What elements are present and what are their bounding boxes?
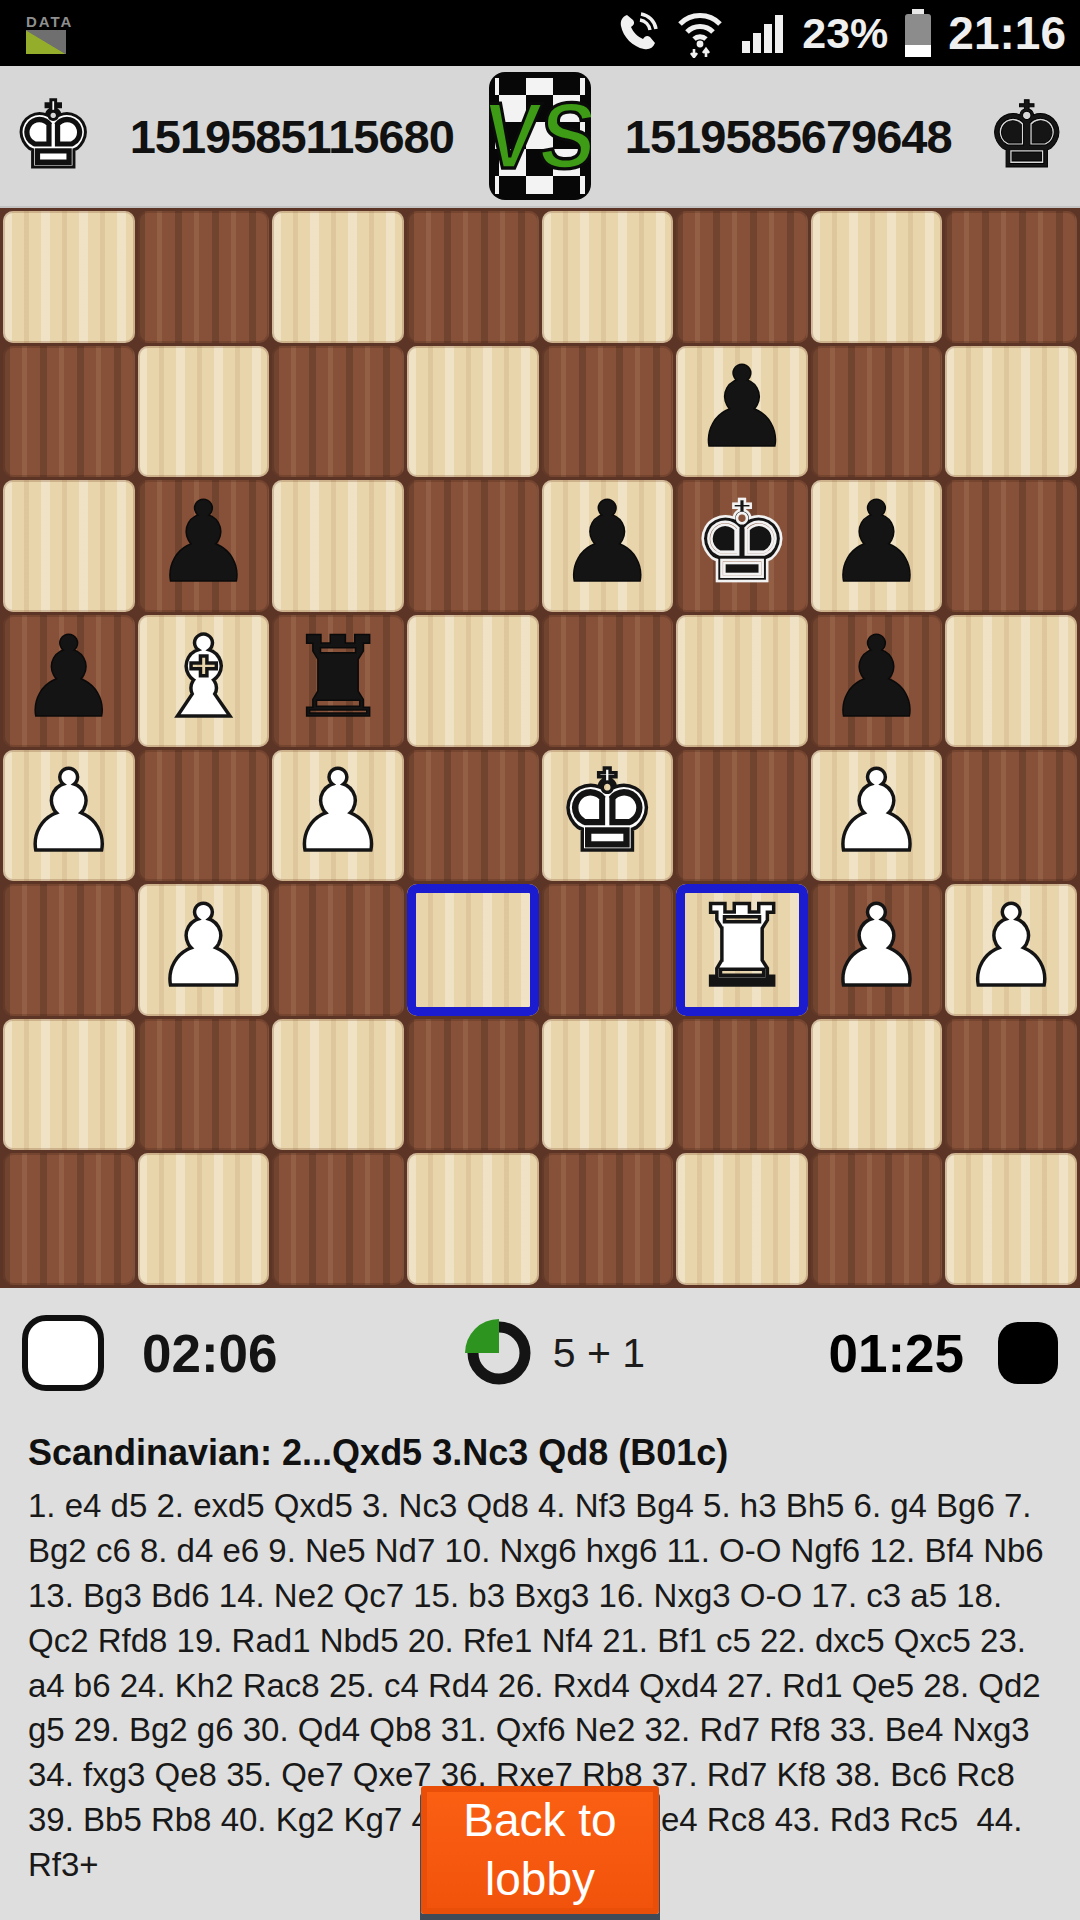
square-g4[interactable]: ♟ [811, 750, 943, 882]
square-f7[interactable]: ♟ [676, 346, 808, 478]
square-h8[interactable] [945, 211, 1077, 343]
black-pawn[interactable]: ♟ [826, 621, 926, 733]
time-control-icon [461, 1315, 537, 1391]
square-h4[interactable] [945, 750, 1077, 882]
phone-icon [614, 10, 660, 56]
square-d2[interactable] [407, 1019, 539, 1151]
square-h6[interactable] [945, 480, 1077, 612]
clock-time: 21:16 [948, 6, 1066, 60]
chess-board[interactable]: ♟♟♟♚♟♟♝♜♟♟♟♚♟♟♜♟♟ [0, 208, 1080, 1288]
square-f1[interactable] [676, 1153, 808, 1285]
square-h2[interactable] [945, 1019, 1077, 1151]
back-to-lobby-button[interactable]: Back to lobby [421, 1786, 659, 1914]
square-h3[interactable]: ♟ [945, 884, 1077, 1016]
black-pawn[interactable]: ♟ [826, 486, 926, 598]
square-b4[interactable] [138, 750, 270, 882]
square-e8[interactable] [542, 211, 674, 343]
white-pawn[interactable]: ♟ [961, 890, 1061, 1002]
black-player-indicator [998, 1322, 1058, 1384]
square-a1[interactable] [3, 1153, 135, 1285]
square-e3[interactable] [542, 884, 674, 1016]
square-a6[interactable] [3, 480, 135, 612]
white-king[interactable]: ♚ [557, 755, 657, 867]
square-h1[interactable] [945, 1153, 1077, 1285]
black-rook[interactable]: ♜ [288, 621, 388, 733]
square-a3[interactable] [3, 884, 135, 1016]
battery-icon [902, 7, 934, 59]
square-g7[interactable] [811, 346, 943, 478]
square-b3[interactable]: ♟ [138, 884, 270, 1016]
black-pawn[interactable]: ♟ [692, 351, 792, 463]
square-a8[interactable] [3, 211, 135, 343]
status-bar-right: 23% 21:16 [614, 6, 1066, 60]
signal-icon [740, 11, 788, 55]
square-c1[interactable] [272, 1153, 404, 1285]
square-f8[interactable] [676, 211, 808, 343]
square-d5[interactable] [407, 615, 539, 747]
square-c7[interactable] [272, 346, 404, 478]
square-c5[interactable]: ♜ [272, 615, 404, 747]
white-pawn[interactable]: ♟ [826, 890, 926, 1002]
white-pawn[interactable]: ♟ [153, 890, 253, 1002]
square-e5[interactable] [542, 615, 674, 747]
vs-logo: VS [489, 72, 591, 200]
square-b6[interactable]: ♟ [138, 480, 270, 612]
square-f5[interactable] [676, 615, 808, 747]
square-g2[interactable] [811, 1019, 943, 1151]
square-g3[interactable]: ♟ [811, 884, 943, 1016]
black-pawn[interactable]: ♟ [153, 486, 253, 598]
square-b5[interactable]: ♝ [138, 615, 270, 747]
square-b2[interactable] [138, 1019, 270, 1151]
white-pawn[interactable]: ♟ [19, 755, 119, 867]
square-a4[interactable]: ♟ [3, 750, 135, 882]
square-f4[interactable] [676, 750, 808, 882]
black-pawn[interactable]: ♟ [557, 486, 657, 598]
square-c8[interactable] [272, 211, 404, 343]
white-king-icon: ♚ [12, 88, 94, 184]
time-control-group: 5 + 1 [461, 1315, 645, 1391]
square-d1[interactable] [407, 1153, 539, 1285]
white-player-indicator [22, 1315, 104, 1391]
data-usage-indicator: DATA [26, 13, 73, 54]
white-rook[interactable]: ♜ [692, 890, 792, 1002]
data-usage-icon [26, 30, 66, 54]
black-pawn[interactable]: ♟ [19, 621, 119, 733]
square-e7[interactable] [542, 346, 674, 478]
white-pawn[interactable]: ♟ [288, 755, 388, 867]
square-a5[interactable]: ♟ [3, 615, 135, 747]
black-player-id: 1519585679648 [591, 109, 986, 164]
data-label: DATA [26, 13, 73, 30]
square-g5[interactable]: ♟ [811, 615, 943, 747]
black-king-icon: ♚ [986, 88, 1068, 184]
wifi-icon [674, 8, 726, 58]
square-c4[interactable]: ♟ [272, 750, 404, 882]
white-pawn[interactable]: ♟ [826, 755, 926, 867]
white-player-id: 1519585115680 [94, 109, 489, 164]
app-screen: DATA 23% [0, 0, 1080, 1920]
square-a7[interactable] [3, 346, 135, 478]
white-bishop[interactable]: ♝ [153, 621, 253, 733]
square-b8[interactable] [138, 211, 270, 343]
square-a2[interactable] [3, 1019, 135, 1151]
square-d7[interactable] [407, 346, 539, 478]
square-h5[interactable] [945, 615, 1077, 747]
white-clock: 02:06 [142, 1323, 278, 1384]
battery-percent: 23% [802, 9, 888, 58]
square-d8[interactable] [407, 211, 539, 343]
square-g6[interactable]: ♟ [811, 480, 943, 612]
square-b1[interactable] [138, 1153, 270, 1285]
vs-label: VS [489, 72, 591, 200]
square-h7[interactable] [945, 346, 1077, 478]
square-c3[interactable] [272, 884, 404, 1016]
time-control-label: 5 + 1 [553, 1330, 645, 1377]
square-e1[interactable] [542, 1153, 674, 1285]
square-c6[interactable] [272, 480, 404, 612]
square-g1[interactable] [811, 1153, 943, 1285]
square-e2[interactable] [542, 1019, 674, 1151]
square-e6[interactable]: ♟ [542, 480, 674, 612]
square-d3[interactable] [407, 884, 539, 1016]
square-e4[interactable]: ♚ [542, 750, 674, 882]
black-king[interactable]: ♚ [692, 486, 792, 598]
game-header: ♚ 1519585115680 VS 1519585679648 ♚ [0, 66, 1080, 208]
square-f2[interactable] [676, 1019, 808, 1151]
square-b7[interactable] [138, 346, 270, 478]
square-d6[interactable] [407, 480, 539, 612]
opening-name: Scandinavian: 2...Qxd5 3.Nc3 Qd8 (B01c) [28, 1432, 1052, 1474]
square-f6[interactable]: ♚ [676, 480, 808, 612]
square-g8[interactable] [811, 211, 943, 343]
square-c2[interactable] [272, 1019, 404, 1151]
black-clock: 01:25 [828, 1323, 964, 1384]
square-d4[interactable] [407, 750, 539, 882]
status-bar: DATA 23% [0, 0, 1080, 66]
square-f3[interactable]: ♜ [676, 884, 808, 1016]
clock-row: 02:06 5 + 1 01:25 [0, 1300, 1080, 1406]
